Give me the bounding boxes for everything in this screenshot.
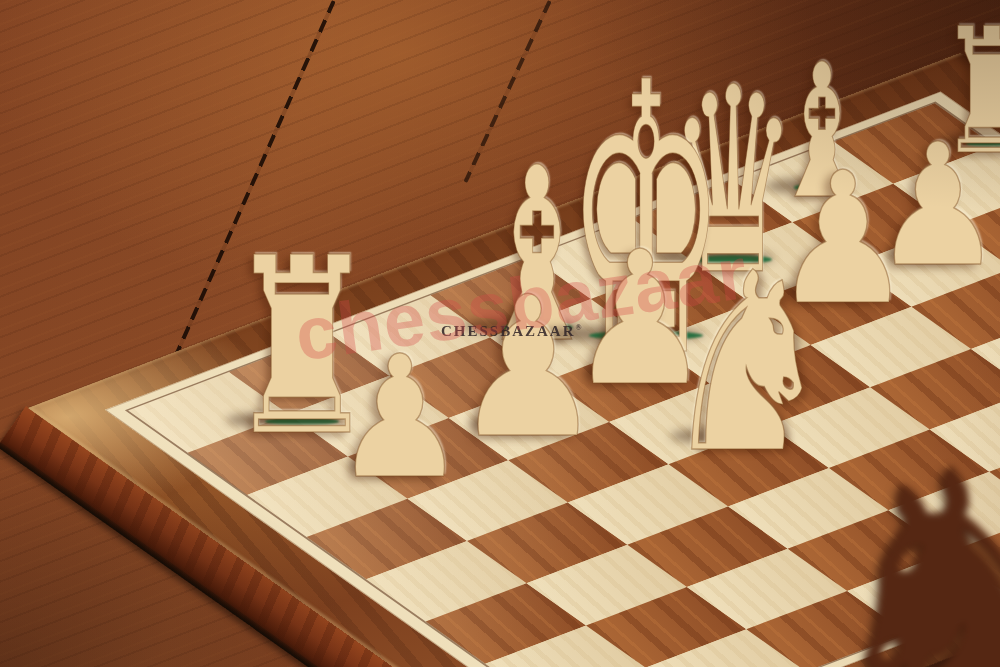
chess-set-product-photo: ♜♟♝♟♚♟♛♞♝♟♟♜♞ CHESSBAZAAR® chessbazaar — [0, 0, 1000, 667]
knight-glyph: ♞ — [784, 421, 1000, 667]
